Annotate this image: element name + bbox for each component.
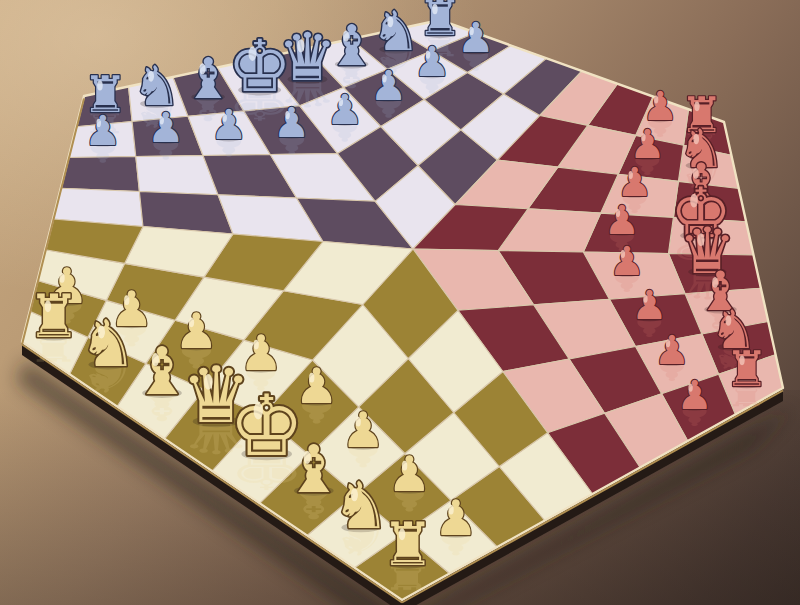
yellow-rook-glyph: ♜ — [27, 282, 80, 351]
blue-pawn-glyph: ♟ — [414, 38, 451, 86]
yellow-pawn-glyph: ♟ — [388, 446, 432, 503]
yellow-pawn-glyph: ♟ — [341, 402, 385, 459]
blue-pawn-f2[interactable]: ♟♟ — [370, 62, 407, 122]
yellow-rook-a1[interactable]: ♜♜ — [381, 510, 434, 596]
yellow-piece-highlight — [402, 461, 407, 471]
board: ♜♜♞♞♟♟♝♝♟♟♛♛♚♚♝♝♟♟♞♞♜♜♟♟♟♟♜♜♟♟♟♟♟♟♟♟♟♟♞♞… — [0, 0, 800, 605]
yellow-piece-highlight — [124, 295, 129, 305]
yellow-pawn-c2[interactable]: ♟♟ — [341, 402, 385, 473]
blue-pawn-d2[interactable]: ♟♟ — [273, 99, 310, 159]
blue-pawn-b2[interactable]: ♟♟ — [147, 104, 184, 164]
red-pawn-glyph: ♟ — [632, 282, 668, 328]
yellow-piece-highlight — [448, 505, 453, 515]
red-piece-highlight — [739, 356, 744, 366]
red-piece-highlight — [654, 95, 658, 103]
yellow-knight-glyph: ♞ — [79, 306, 137, 381]
blue-piece-highlight — [96, 119, 101, 127]
blue-pawn-c2[interactable]: ♟♟ — [210, 101, 247, 161]
red-rook-h1[interactable]: ♜♜ — [725, 341, 769, 412]
red-piece-highlight — [641, 133, 645, 141]
yellow-pawn-b2[interactable]: ♟♟ — [388, 446, 432, 517]
blue-pawn-e2[interactable]: ♟♟ — [326, 86, 363, 146]
blue-pawn-a2[interactable]: ♟♟ — [84, 107, 121, 167]
blue-piece-highlight — [97, 80, 103, 90]
blue-piece-highlight — [387, 16, 393, 27]
red-piece-highlight — [666, 339, 670, 347]
yellow-piece-highlight — [355, 417, 360, 427]
blue-king-glyph: ♚ — [227, 24, 291, 108]
blue-piece-highlight — [148, 71, 154, 82]
red-pawn-h2[interactable]: ♟♟ — [677, 372, 713, 430]
yellow-piece-highlight — [45, 300, 52, 312]
yellow-pawn-glyph: ♟ — [434, 490, 478, 547]
blue-pawn-glyph: ♟ — [326, 86, 363, 134]
blue-piece-highlight — [297, 39, 304, 52]
red-piece-highlight — [628, 171, 632, 179]
red-piece-highlight — [712, 277, 718, 288]
blue-piece-highlight — [159, 116, 164, 124]
yellow-piece-highlight — [399, 528, 406, 540]
blue-pawn-glyph: ♟ — [457, 14, 494, 62]
yellow-piece-highlight — [98, 325, 105, 338]
yellow-knight-g1[interactable]: ♞♞ — [79, 306, 137, 400]
red-piece-highlight — [697, 233, 704, 246]
yellow-piece-highlight — [204, 374, 213, 390]
blue-pawn-glyph: ♟ — [210, 101, 247, 149]
red-piece-highlight — [690, 194, 698, 208]
red-rook-glyph: ♜ — [725, 341, 769, 397]
red-pawn-glyph: ♟ — [604, 197, 640, 243]
blue-piece-highlight — [285, 111, 290, 119]
blue-pawn-g2[interactable]: ♟♟ — [414, 38, 451, 98]
red-piece-highlight — [693, 134, 699, 145]
blue-piece-highlight — [249, 47, 257, 61]
blue-piece-highlight — [432, 4, 438, 14]
scene: ♜♜♞♞♟♟♝♝♟♟♛♛♚♚♝♝♟♟♞♞♜♜♟♟♟♟♜♜♟♟♟♟♟♟♟♟♟♟♞♞… — [0, 0, 800, 605]
red-piece-highlight — [616, 209, 620, 217]
yellow-piece-highlight — [309, 373, 314, 383]
red-piece-highlight — [688, 384, 692, 392]
red-pawn-glyph: ♟ — [654, 327, 690, 373]
yellow-pawn-a2[interactable]: ♟♟ — [434, 490, 478, 561]
yellow-piece-highlight — [351, 488, 358, 501]
red-piece-highlight — [725, 315, 731, 326]
blue-pawn-glyph: ♟ — [84, 107, 121, 155]
blue-pawn-h2[interactable]: ♟♟ — [457, 14, 494, 74]
yellow-piece-highlight — [253, 340, 258, 350]
yellow-piece-highlight — [152, 353, 159, 366]
blue-pawn-glyph: ♟ — [147, 104, 184, 152]
blue-piece-highlight — [339, 98, 344, 106]
blue-piece-highlight — [222, 114, 227, 122]
red-pawn-glyph: ♟ — [609, 238, 645, 284]
red-pawn-glyph: ♟ — [677, 372, 713, 418]
yellow-piece-highlight — [254, 403, 263, 420]
yellow-piece-highlight — [304, 451, 311, 464]
blue-piece-highlight — [469, 27, 474, 35]
blue-pawn-glyph: ♟ — [273, 99, 310, 147]
red-piece-highlight — [643, 295, 647, 303]
yellow-rook-h1[interactable]: ♜♜ — [27, 282, 80, 368]
blue-piece-highlight — [426, 50, 431, 58]
blue-piece-highlight — [343, 30, 349, 41]
red-piece-highlight — [621, 250, 625, 258]
yellow-piece-highlight — [189, 317, 194, 327]
yellow-rook-glyph: ♜ — [381, 510, 434, 579]
red-piece-highlight — [694, 101, 699, 111]
blue-piece-highlight — [199, 63, 205, 74]
blue-pawn-glyph: ♟ — [370, 62, 407, 110]
blue-piece-highlight — [382, 74, 387, 82]
